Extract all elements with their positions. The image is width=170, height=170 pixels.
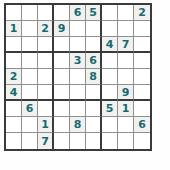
cell-r1c1[interactable]	[6, 5, 22, 21]
cell-r4c3[interactable]	[38, 53, 54, 69]
cell-r1c3[interactable]	[38, 5, 54, 21]
cell-r9c1[interactable]	[6, 133, 22, 149]
cell-r4c2[interactable]	[22, 53, 38, 69]
cell-r1c9: 2	[134, 5, 150, 21]
cell-r5c8[interactable]	[118, 69, 134, 85]
cell-r8c5: 8	[70, 117, 86, 133]
cell-r7c6[interactable]	[86, 101, 102, 117]
cell-r4c5: 3	[70, 53, 86, 69]
cell-r9c3: 7	[38, 133, 54, 149]
cell-r5c1: 2	[6, 69, 22, 85]
cell-r1c5: 6	[70, 5, 86, 21]
cell-r5c7[interactable]	[102, 69, 118, 85]
cell-r5c3[interactable]	[38, 69, 54, 85]
cell-r1c7[interactable]	[102, 5, 118, 21]
cell-r1c8[interactable]	[118, 5, 134, 21]
cell-r2c5[interactable]	[70, 21, 86, 37]
cell-r6c3[interactable]	[38, 85, 54, 101]
cell-r9c6[interactable]	[86, 133, 102, 149]
cell-r7c8: 1	[118, 101, 134, 117]
cell-r6c7[interactable]	[102, 85, 118, 101]
cell-r5c5[interactable]	[70, 69, 86, 85]
cell-r6c9[interactable]	[134, 85, 150, 101]
cell-r8c1[interactable]	[6, 117, 22, 133]
cell-r4c9[interactable]	[134, 53, 150, 69]
cell-r6c8: 9	[118, 85, 134, 101]
cell-r8c9: 6	[134, 117, 150, 133]
cell-r6c6[interactable]	[86, 85, 102, 101]
cell-r6c5[interactable]	[70, 85, 86, 101]
cell-r7c7: 5	[102, 101, 118, 117]
cell-r5c9[interactable]	[134, 69, 150, 85]
cell-r6c1: 4	[6, 85, 22, 101]
cell-r1c2[interactable]	[22, 5, 38, 21]
cell-r8c6[interactable]	[86, 117, 102, 133]
cell-r8c3: 1	[38, 117, 54, 133]
cell-r2c1: 1	[6, 21, 22, 37]
cell-r2c8[interactable]	[118, 21, 134, 37]
cell-r7c5[interactable]	[70, 101, 86, 117]
sudoku-board: 652129473628496511867	[4, 3, 152, 151]
cell-r8c4[interactable]	[54, 117, 70, 133]
cell-r8c8[interactable]	[118, 117, 134, 133]
cell-r2c9[interactable]	[134, 21, 150, 37]
cell-r3c5[interactable]	[70, 37, 86, 53]
cell-r1c4[interactable]	[54, 5, 70, 21]
cell-r3c2[interactable]	[22, 37, 38, 53]
cell-r9c9[interactable]	[134, 133, 150, 149]
cell-r9c8[interactable]	[118, 133, 134, 149]
cell-r5c4[interactable]	[54, 69, 70, 85]
cell-r7c9[interactable]	[134, 101, 150, 117]
cell-r8c7[interactable]	[102, 117, 118, 133]
cell-r4c1[interactable]	[6, 53, 22, 69]
cell-r3c7: 4	[102, 37, 118, 53]
cell-r6c4[interactable]	[54, 85, 70, 101]
cell-r3c9[interactable]	[134, 37, 150, 53]
cell-r1c6: 5	[86, 5, 102, 21]
cell-r3c8: 7	[118, 37, 134, 53]
cell-r3c1[interactable]	[6, 37, 22, 53]
cell-r4c7[interactable]	[102, 53, 118, 69]
cell-r9c7[interactable]	[102, 133, 118, 149]
cell-r9c5[interactable]	[70, 133, 86, 149]
cell-r4c4[interactable]	[54, 53, 70, 69]
cell-r2c2[interactable]	[22, 21, 38, 37]
cell-r6c2[interactable]	[22, 85, 38, 101]
cell-r4c6: 6	[86, 53, 102, 69]
cell-r5c2[interactable]	[22, 69, 38, 85]
cell-r3c6[interactable]	[86, 37, 102, 53]
cell-r3c3[interactable]	[38, 37, 54, 53]
cell-r9c4[interactable]	[54, 133, 70, 149]
cell-r7c4[interactable]	[54, 101, 70, 117]
cell-r3c4[interactable]	[54, 37, 70, 53]
cell-r7c3[interactable]	[38, 101, 54, 117]
cell-r2c6[interactable]	[86, 21, 102, 37]
sudoku-board-wrap: 652129473628496511867	[4, 3, 152, 151]
cell-r4c8[interactable]	[118, 53, 134, 69]
cell-r8c2[interactable]	[22, 117, 38, 133]
cell-r2c3: 2	[38, 21, 54, 37]
cell-r7c1[interactable]	[6, 101, 22, 117]
cell-r2c7[interactable]	[102, 21, 118, 37]
cell-r2c4: 9	[54, 21, 70, 37]
cell-r9c2[interactable]	[22, 133, 38, 149]
cell-r5c6: 8	[86, 69, 102, 85]
cell-r7c2: 6	[22, 101, 38, 117]
